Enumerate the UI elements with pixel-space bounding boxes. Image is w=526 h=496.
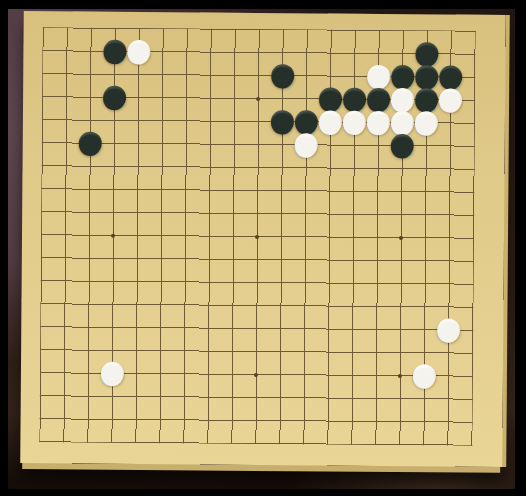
black-stone[interactable]: ● xyxy=(103,40,126,63)
black-stone[interactable]: ● xyxy=(270,110,293,133)
star-point xyxy=(398,374,402,378)
star-point xyxy=(256,96,260,100)
black-stone[interactable]: ● xyxy=(271,64,294,87)
go-photo-screenshot: ●●●●●●●●●●●●●●●●●●●●●●●●●●●● xyxy=(0,0,526,496)
black-stone[interactable]: ● xyxy=(103,86,126,109)
white-stone[interactable]: ● xyxy=(366,111,389,134)
white-stone[interactable]: ● xyxy=(412,364,435,387)
star-point xyxy=(399,236,403,240)
star-point xyxy=(255,234,259,238)
star-point xyxy=(254,372,258,376)
white-stone[interactable]: ● xyxy=(318,110,341,133)
white-stone[interactable]: ● xyxy=(437,318,460,341)
white-stone[interactable]: ● xyxy=(100,362,123,385)
go-board[interactable]: ●●●●●●●●●●●●●●●●●●●●●●●●●●●● xyxy=(20,11,506,467)
star-point xyxy=(111,233,115,237)
white-stone[interactable]: ● xyxy=(127,40,150,63)
white-stone[interactable]: ● xyxy=(342,111,365,134)
white-stone[interactable]: ● xyxy=(414,111,437,134)
white-stone[interactable]: ● xyxy=(294,133,317,156)
black-stone[interactable]: ● xyxy=(78,132,101,155)
black-stone[interactable]: ● xyxy=(390,134,413,157)
white-stone[interactable]: ● xyxy=(439,88,462,111)
